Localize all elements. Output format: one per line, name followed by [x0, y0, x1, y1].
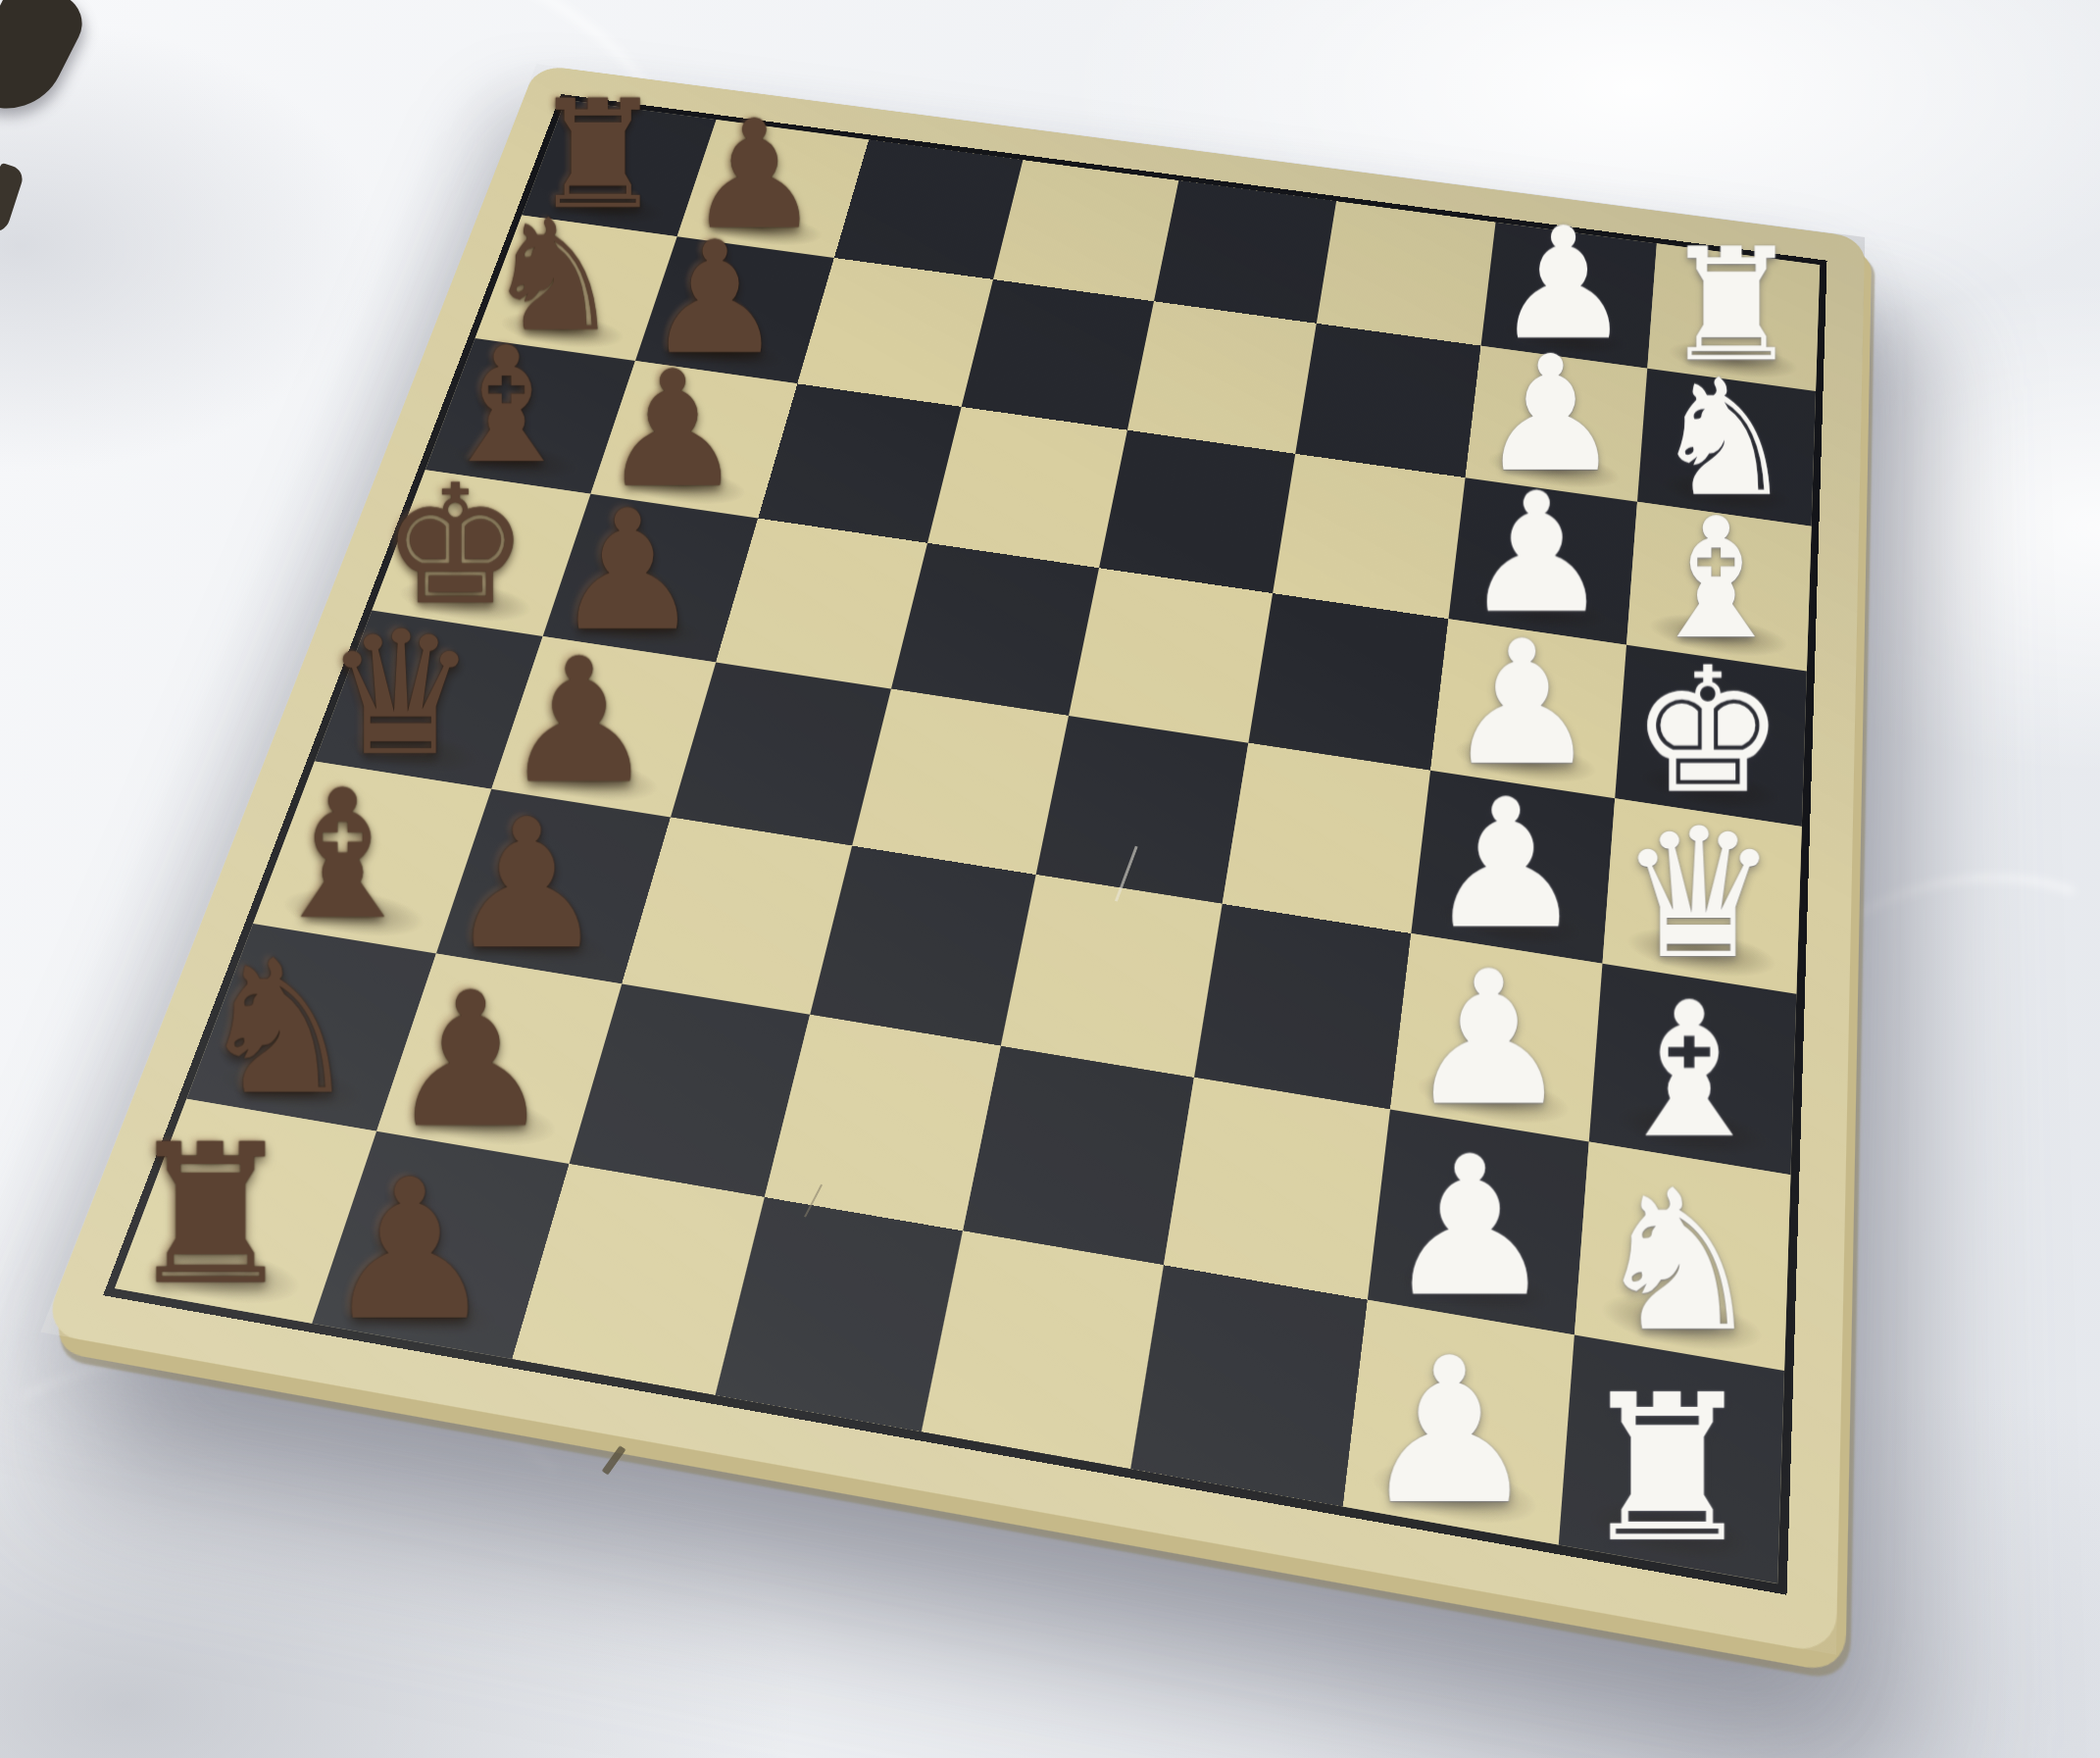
square-d5[interactable] — [852, 689, 1069, 875]
square-h4[interactable] — [1154, 180, 1336, 324]
piece-white-bishop-c1[interactable]: ♝ — [1589, 978, 1790, 1164]
square-c5[interactable] — [810, 846, 1035, 1046]
square-b2[interactable]: ♟ — [1368, 1109, 1589, 1334]
piece-white-pawn-b2[interactable]: ♟ — [1367, 1130, 1575, 1324]
square-a2[interactable]: ♟ — [1343, 1300, 1575, 1545]
scuff-mark — [602, 1445, 626, 1476]
piece-white-pawn-d2[interactable]: ♟ — [1410, 776, 1601, 954]
scratch-mark — [804, 1184, 823, 1218]
square-g6[interactable] — [797, 258, 993, 407]
square-g5[interactable] — [962, 279, 1154, 430]
square-e5[interactable] — [891, 543, 1099, 716]
square-b7[interactable]: ♟ — [376, 954, 622, 1164]
piece-black-bishop-c8[interactable]: ♝ — [247, 767, 438, 944]
square-c4[interactable] — [1001, 875, 1223, 1078]
piece-white-knight-b1[interactable]: ♞ — [1575, 1165, 1783, 1359]
square-d4[interactable] — [1036, 716, 1249, 904]
square-b6[interactable] — [570, 984, 811, 1197]
bed-sheet-background: ♜♟♟♜♞♟♟♞♝♟♟♝♚♟♟♚♛♟♟♛♝♟♟♝♞♟♟♞♜♟♟♜ — [0, 0, 2100, 1758]
square-c3[interactable] — [1194, 904, 1411, 1110]
square-e4[interactable] — [1069, 568, 1273, 742]
square-d3[interactable] — [1223, 743, 1430, 933]
square-h6[interactable] — [834, 140, 1023, 279]
square-g4[interactable] — [1127, 301, 1317, 454]
piece-white-rook-a1[interactable]: ♜ — [1558, 1369, 1775, 1572]
board-scene: ♜♟♟♜♞♟♟♞♝♟♟♝♚♟♟♚♛♟♟♛♝♟♟♝♞♟♟♞♜♟♟♜ — [0, 0, 2100, 1758]
square-e3[interactable] — [1248, 593, 1448, 771]
piece-black-knight-b8[interactable]: ♞ — [179, 936, 378, 1121]
piece-black-pawn-c7[interactable]: ♟ — [430, 795, 623, 974]
square-c1[interactable]: ♝ — [1589, 964, 1797, 1175]
piece-white-pawn-c2[interactable]: ♟ — [1389, 946, 1588, 1131]
square-c2[interactable]: ♟ — [1390, 933, 1603, 1142]
square-b4[interactable] — [963, 1046, 1194, 1266]
square-g3[interactable] — [1295, 324, 1480, 477]
chess-board: ♜♟♟♜♞♟♟♞♝♟♟♝♚♟♟♚♛♟♟♛♝♟♟♝♞♟♟♞♜♟♟♜ — [41, 65, 1865, 1655]
piece-black-pawn-a7[interactable]: ♟ — [306, 1154, 515, 1348]
square-h5[interactable] — [993, 160, 1178, 301]
piece-white-queen-d1[interactable]: ♛ — [1602, 805, 1795, 984]
chess-board-squares: ♜♟♟♜♞♟♟♞♝♟♟♝♚♟♟♚♛♟♟♛♝♟♟♝♞♟♟♞♜♟♟♜ — [103, 94, 1826, 1595]
square-a1[interactable]: ♜ — [1559, 1335, 1784, 1584]
square-a4[interactable] — [922, 1231, 1164, 1469]
piece-black-pawn-b7[interactable]: ♟ — [371, 968, 571, 1154]
square-f5[interactable] — [927, 407, 1127, 568]
piece-white-pawn-a2[interactable]: ♟ — [1341, 1331, 1558, 1532]
square-a3[interactable] — [1130, 1265, 1368, 1506]
piece-black-rook-a8[interactable]: ♜ — [107, 1120, 314, 1312]
square-f3[interactable] — [1273, 454, 1465, 619]
square-b1[interactable]: ♞ — [1575, 1142, 1791, 1371]
square-b3[interactable] — [1164, 1078, 1390, 1300]
square-h3[interactable] — [1317, 201, 1496, 345]
square-f4[interactable] — [1099, 430, 1295, 593]
